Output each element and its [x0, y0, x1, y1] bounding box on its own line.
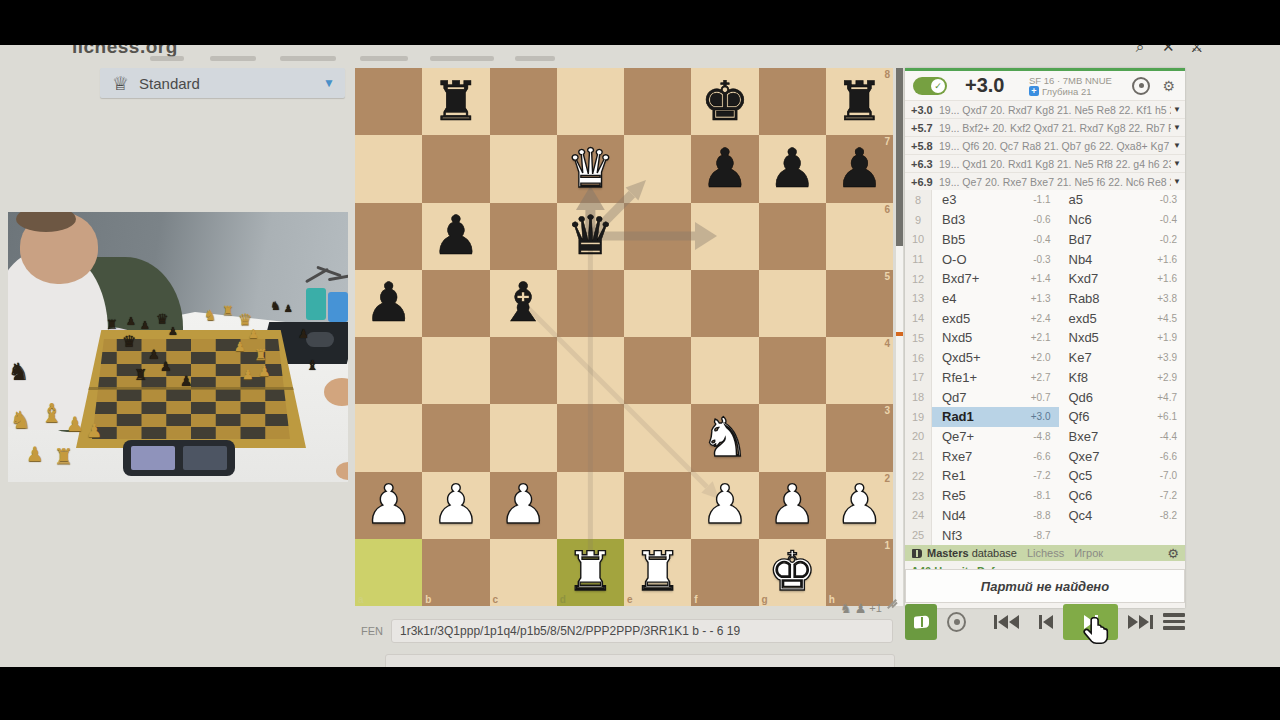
- expand-line-icon: ▼: [1173, 123, 1181, 132]
- clock-screen-right: [183, 446, 227, 470]
- white-move-20[interactable]: Qe7+-4.8: [932, 427, 1059, 447]
- analysis-panel: ✓ +3.0 SF 16 · 7MB NNUE + Глубина 21 ⚙ +…: [905, 68, 1185, 608]
- tab-player[interactable]: Игрок: [1074, 547, 1103, 559]
- black-move-20[interactable]: Bxe7-4.4: [1059, 427, 1186, 447]
- square-a3[interactable]: [355, 404, 422, 471]
- physical-piece: ♟: [86, 422, 102, 440]
- opening-name-clipped: A40 Horwitz Defence: [905, 561, 1185, 569]
- move-row-17: 17Rfe1++2.7Kf8+2.9: [905, 367, 1185, 387]
- physical-piece: ♟: [248, 328, 259, 340]
- material-count: +1: [869, 602, 882, 614]
- black-move-25: [1059, 525, 1186, 545]
- white-move-16[interactable]: Qxd5++2.0: [932, 348, 1059, 368]
- black-pawn-f7[interactable]: ♟: [691, 135, 758, 202]
- square-b1[interactable]: b: [422, 539, 489, 606]
- move-number: 14: [905, 308, 932, 328]
- lichess-analysis-page: lichess.org ⌕ ✕ ⚔ ♕ Standard ▼: [0, 0, 1280, 720]
- physical-piece: ♟: [284, 304, 293, 314]
- variant-select[interactable]: ♕ Standard ▼: [100, 68, 345, 98]
- desk-cup-blue: [328, 292, 348, 322]
- challenge-icon[interactable]: ⚔: [1190, 45, 1203, 56]
- black-queen-d6[interactable]: ♛: [557, 203, 624, 270]
- nav-menu-item[interactable]: [360, 56, 408, 61]
- practice-icon[interactable]: [1132, 77, 1150, 95]
- square-h5[interactable]: 5: [826, 270, 893, 337]
- physical-piece: ♟: [26, 444, 44, 464]
- explorer-gear-icon[interactable]: ⚙: [1167, 546, 1179, 561]
- physical-piece: ♟: [234, 340, 246, 353]
- prev-move-button[interactable]: [1039, 604, 1053, 640]
- white-move-21[interactable]: Rxe7-6.6: [932, 446, 1059, 466]
- desk-mouse: [306, 332, 334, 347]
- square-c7[interactable]: [490, 135, 557, 202]
- physical-piece: ♞: [8, 360, 30, 384]
- engine-toggle[interactable]: ✓: [913, 77, 947, 95]
- content-area: lichess.org ⌕ ✕ ⚔ ♕ Standard ▼: [0, 45, 1280, 667]
- move-number: 10: [905, 229, 932, 249]
- physical-piece: ♜: [54, 446, 74, 468]
- variant-label: Standard: [139, 75, 323, 92]
- move-number: 19: [905, 407, 932, 427]
- square-h1[interactable]: h1: [826, 539, 893, 606]
- white-pawn-b2[interactable]: ♟: [422, 472, 489, 539]
- fen-input[interactable]: 1r3k1r/3Q1ppp/1p1q4/p1b5/8/5N2/PPP2PPP/3…: [391, 619, 893, 643]
- nav-menu-item[interactable]: [150, 56, 184, 61]
- square-h4[interactable]: 4: [826, 337, 893, 404]
- gear-icon[interactable]: ⚙: [1162, 78, 1175, 94]
- white-move-22[interactable]: Re1-7.2: [932, 466, 1059, 486]
- square-e5[interactable]: [624, 270, 691, 337]
- physical-piece: ♞: [270, 300, 281, 312]
- square-e3[interactable]: [624, 404, 691, 471]
- practice-button[interactable]: [947, 612, 966, 632]
- move-row-8: 8e3-1.1a5-0.3: [905, 190, 1185, 210]
- clock-screen-left: [131, 446, 175, 470]
- bottom-letterbox: [0, 667, 1280, 720]
- engine-name: SF 16 · 7MB NNUE: [1029, 75, 1132, 86]
- square-c3[interactable]: [490, 404, 557, 471]
- nav-menu-item[interactable]: [210, 56, 256, 61]
- physical-piece: ♟: [160, 360, 172, 373]
- square-b4[interactable]: [422, 337, 489, 404]
- move-row-16: 16Qxd5++2.0Ke7+3.9: [905, 348, 1185, 368]
- black-pawn-a5[interactable]: ♟: [355, 270, 422, 337]
- eval-gauge-midline: [896, 332, 903, 336]
- black-pawn-h7[interactable]: ♟: [826, 135, 893, 202]
- white-king-g1[interactable]: ♚: [759, 539, 826, 606]
- physical-piece: ♟: [140, 320, 150, 331]
- white-move-18[interactable]: Qd7+0.7: [932, 387, 1059, 407]
- white-queen-d7[interactable]: ♛: [557, 135, 624, 202]
- board[interactable]: 8765432abcdefgh1♜♚♜♛♟♟♟♟♛♟♝♞♟♟♟♟♟♟♜♜♚: [355, 68, 893, 606]
- move-number: 15: [905, 328, 932, 348]
- black-move-14[interactable]: exd5+4.5: [1059, 308, 1186, 328]
- expand-line-icon: ▼: [1173, 141, 1181, 150]
- file-label: h: [829, 594, 835, 605]
- black-move-22[interactable]: Qc5-7.0: [1059, 466, 1186, 486]
- square-c8[interactable]: [490, 68, 557, 135]
- move-row-10: 10Bb5-0.4Bd7-0.2: [905, 229, 1185, 249]
- physical-piece: ♞: [10, 408, 32, 432]
- engine-eval: +3.0: [965, 74, 1023, 97]
- engine-depth: Глубина 21: [1042, 86, 1092, 97]
- nav-menu-item[interactable]: [515, 56, 555, 61]
- white-move-19[interactable]: Rad1+3.0: [932, 407, 1059, 427]
- opening-explorer-bar: Masters database Lichess Игрок ⚙: [905, 545, 1185, 561]
- nav-menu-item[interactable]: [430, 56, 494, 61]
- square-d4[interactable]: [557, 337, 624, 404]
- black-pawn-g7[interactable]: ♟: [759, 135, 826, 202]
- white-move-15[interactable]: Nxd5+2.1: [932, 328, 1059, 348]
- move-number: 20: [905, 427, 932, 447]
- move-number: 8: [905, 190, 932, 210]
- rank-label: 5: [884, 271, 890, 282]
- square-g8[interactable]: [759, 68, 826, 135]
- crown-icon: ♕: [112, 72, 129, 94]
- white-move-23[interactable]: Re5-8.1: [932, 486, 1059, 506]
- white-pawn-f2[interactable]: ♟: [691, 472, 758, 539]
- physical-piece: ♛: [238, 312, 252, 328]
- material-advantage: ♞ ♟ +1: [840, 600, 896, 616]
- white-move-12[interactable]: Bxd7++1.4: [932, 269, 1059, 289]
- knight-icon: ♞: [840, 601, 852, 616]
- move-number: 25: [905, 525, 932, 545]
- move-number: 13: [905, 289, 932, 309]
- move-number: 23: [905, 486, 932, 506]
- move-number: 9: [905, 210, 932, 230]
- white-rook-e1[interactable]: ♜: [624, 539, 691, 606]
- move-number: 11: [905, 249, 932, 269]
- square-a1[interactable]: a: [355, 539, 422, 606]
- black-move-10[interactable]: Bd7-0.2: [1059, 229, 1186, 249]
- file-label: a: [358, 594, 364, 605]
- physical-piece: ♟: [242, 368, 254, 381]
- physical-piece: ♛: [156, 312, 169, 326]
- black-move-17[interactable]: Kf8+2.9: [1059, 367, 1186, 387]
- rank-label: 1: [884, 540, 890, 551]
- move-number: 16: [905, 348, 932, 368]
- move-number: 21: [905, 446, 932, 466]
- chevron-down-icon: ▼: [323, 76, 335, 90]
- move-row-24: 24Nd4-8.8Qc4-8.2: [905, 506, 1185, 526]
- square-e6[interactable]: [624, 203, 691, 270]
- file-label: f: [694, 594, 697, 605]
- physical-piece: ♟: [258, 364, 271, 378]
- square-f1[interactable]: f: [691, 539, 758, 606]
- move-row-22: 22Re1-7.2Qc5-7.0: [905, 466, 1185, 486]
- book-icon: [912, 549, 922, 558]
- plus-badge-icon: +: [1029, 86, 1039, 96]
- black-move-21[interactable]: Qxe7-6.6: [1059, 446, 1186, 466]
- white-move-10[interactable]: Bb5-0.4: [932, 229, 1059, 249]
- move-row-25: 25Nf3-8.7: [905, 525, 1185, 545]
- physical-piece: ♟: [148, 348, 160, 361]
- move-row-11: 11O-O-0.3Nb4+1.6: [905, 249, 1185, 269]
- white-knight-f3[interactable]: ♞: [691, 404, 758, 471]
- move-row-13: 13e4+1.3Rab8+3.8: [905, 289, 1185, 309]
- black-bishop-c5[interactable]: ♝: [490, 270, 557, 337]
- move-number: 17: [905, 367, 932, 387]
- move-row-12: 12Bxd7++1.4Kxd7+1.6: [905, 269, 1185, 289]
- webcam-feed: ♜♟♟♛♟♛♟♟♜♟♞♜♛♟♟♜♟♟♞♟♟♝♞♝♟♟♟♜♞: [8, 212, 348, 482]
- eval-gauge: [896, 68, 903, 606]
- physical-piece: ♟: [168, 326, 178, 337]
- square-g6[interactable]: [759, 203, 826, 270]
- square-g3[interactable]: [759, 404, 826, 471]
- black-move-23[interactable]: Qc6-7.2: [1059, 486, 1186, 506]
- black-pawn-b6[interactable]: ♟: [422, 203, 489, 270]
- square-b3[interactable]: [422, 404, 489, 471]
- engine-line-1[interactable]: +3.019... Qxd7 20. Rxd7 Kg8 21. Ne5 Re8 …: [905, 100, 1185, 118]
- physical-piece: ♟: [298, 328, 309, 340]
- engine-info: SF 16 · 7MB NNUE + Глубина 21: [1029, 75, 1132, 97]
- square-a7[interactable]: [355, 135, 422, 202]
- hamburger-menu-button[interactable]: [1163, 613, 1185, 630]
- square-g4[interactable]: [759, 337, 826, 404]
- first-move-button[interactable]: [994, 604, 1019, 640]
- move-list: 8e3-1.1a5-0.39Bd3-0.6Nc6-0.410Bb5-0.4Bd7…: [905, 190, 1185, 545]
- white-move-9[interactable]: Bd3-0.6: [932, 210, 1059, 230]
- physical-piece: ♛: [122, 334, 136, 350]
- last-move-button[interactable]: [1128, 604, 1153, 640]
- black-move-11[interactable]: Nb4+1.6: [1059, 249, 1186, 269]
- square-f6[interactable]: [691, 203, 758, 270]
- square-a6[interactable]: [355, 203, 422, 270]
- physical-piece: ♜: [134, 368, 147, 383]
- white-move-25[interactable]: Nf3-8.7: [932, 525, 1059, 545]
- square-f5[interactable]: [691, 270, 758, 337]
- engine-pv-lines: +3.019... Qxd7 20. Rxd7 Kg8 21. Ne5 Re8 …: [905, 100, 1185, 190]
- engine-line-3[interactable]: +5.819... Qf6 20. Qc7 Ra8 21. Qb7 g6 22.…: [905, 136, 1185, 154]
- explorer-toggle-button[interactable]: [905, 604, 937, 640]
- white-pawn-c2[interactable]: ♟: [490, 472, 557, 539]
- file-label: b: [425, 594, 431, 605]
- white-pawn-h2[interactable]: ♟: [826, 472, 893, 539]
- move-number: 18: [905, 387, 932, 407]
- white-pawn-g2[interactable]: ♟: [759, 472, 826, 539]
- engine-line-4[interactable]: +6.319... Qxd1 20. Rxd1 Kg8 21. Ne5 Rf8 …: [905, 154, 1185, 172]
- square-h3[interactable]: 3: [826, 404, 893, 471]
- black-move-12[interactable]: Kxd7+1.6: [1059, 269, 1186, 289]
- black-move-16[interactable]: Ke7+3.9: [1059, 348, 1186, 368]
- black-move-13[interactable]: Rab8+3.8: [1059, 289, 1186, 309]
- square-b7[interactable]: [422, 135, 489, 202]
- black-rook-b8[interactable]: ♜: [422, 68, 489, 135]
- physical-piece: ♝: [40, 400, 63, 426]
- square-c4[interactable]: [490, 337, 557, 404]
- square-d5[interactable]: [557, 270, 624, 337]
- black-move-18[interactable]: Qd6+4.7: [1059, 387, 1186, 407]
- rank-label: 6: [884, 204, 890, 215]
- physical-piece: ♜: [222, 304, 234, 317]
- black-move-24[interactable]: Qc4-8.2: [1059, 506, 1186, 526]
- move-number: 12: [905, 269, 932, 289]
- search-icon[interactable]: ⌕: [1136, 45, 1144, 56]
- site-navbar-clipped: lichess.org ⌕ ✕ ⚔: [0, 45, 1280, 62]
- expand-line-icon: ▼: [1173, 177, 1181, 186]
- square-d8[interactable]: [557, 68, 624, 135]
- engine-header: ✓ +3.0 SF 16 · 7MB NNUE + Глубина 21 ⚙: [905, 71, 1185, 101]
- move-row-18: 18Qd7+0.7Qd6+4.7: [905, 387, 1185, 407]
- file-label: c: [493, 594, 499, 605]
- top-letterbox: [0, 0, 1280, 45]
- tab-masters-database[interactable]: Masters database: [927, 547, 1017, 559]
- rank-label: 3: [884, 405, 890, 416]
- engine-line-5[interactable]: +6.919... Qe7 20. Rxe7 Bxe7 21. Ne5 f6 2…: [905, 172, 1185, 190]
- square-c6[interactable]: [490, 203, 557, 270]
- square-e2[interactable]: [624, 472, 691, 539]
- white-move-24[interactable]: Nd4-8.8: [932, 506, 1059, 526]
- black-move-9[interactable]: Nc6-0.4: [1059, 210, 1186, 230]
- physical-piece: ♜: [254, 348, 267, 363]
- white-move-8[interactable]: e3-1.1: [932, 190, 1059, 210]
- expand-line-icon: ▼: [1173, 159, 1181, 168]
- square-f4[interactable]: [691, 337, 758, 404]
- physical-piece: ♝: [306, 358, 319, 372]
- physical-piece: ♟: [180, 374, 193, 388]
- no-games-found-message: Партий не найдено: [905, 569, 1185, 603]
- close-icon[interactable]: ✕: [1162, 45, 1175, 56]
- fen-row: FEN 1r3k1r/3Q1ppp/1p1q4/p1b5/8/5N2/PPP2P…: [355, 617, 893, 645]
- physical-piece: ♜: [106, 318, 118, 331]
- expand-line-icon: ▼: [1173, 105, 1181, 114]
- analysis-toolbar: [905, 603, 1185, 640]
- move-row-23: 23Re5-8.1Qc6-7.2: [905, 486, 1185, 506]
- square-d3[interactable]: [557, 404, 624, 471]
- nav-menu-item[interactable]: [280, 56, 336, 61]
- pawn-icon: ♟: [855, 601, 867, 616]
- physical-piece: ♟: [66, 414, 84, 434]
- square-d2[interactable]: [557, 472, 624, 539]
- black-rook-h8[interactable]: ♜: [826, 68, 893, 135]
- move-number: 22: [905, 466, 932, 486]
- square-g5[interactable]: [759, 270, 826, 337]
- square-c1[interactable]: c: [490, 539, 557, 606]
- engine-line-2[interactable]: +5.719... Bxf2+ 20. Kxf2 Qxd7 21. Rxd7 K…: [905, 118, 1185, 136]
- physical-piece: ♟: [126, 316, 136, 327]
- physical-chessboard: [76, 330, 306, 448]
- move-row-14: 14exd5+2.4exd5+4.5: [905, 308, 1185, 328]
- square-a4[interactable]: [355, 337, 422, 404]
- square-e7[interactable]: [624, 135, 691, 202]
- square-e8[interactable]: [624, 68, 691, 135]
- physical-piece: ♞: [204, 308, 217, 322]
- chess-clock-phone: [123, 440, 235, 476]
- square-h6[interactable]: 6: [826, 203, 893, 270]
- black-move-8[interactable]: a5-0.3: [1059, 190, 1186, 210]
- tab-lichess[interactable]: Lichess: [1027, 547, 1064, 559]
- move-row-15: 15Nxd5+2.1Nxd5+1.9: [905, 328, 1185, 348]
- black-move-19[interactable]: Qf6+6.1: [1059, 407, 1186, 427]
- eval-gauge-black: [896, 68, 903, 246]
- engine-toggle-check-icon: ✓: [931, 79, 945, 93]
- move-number: 24: [905, 506, 932, 526]
- square-b5[interactable]: [422, 270, 489, 337]
- fen-label: FEN: [355, 625, 391, 637]
- desk-cup-teal: [306, 288, 326, 320]
- white-pawn-a2[interactable]: ♟: [355, 472, 422, 539]
- white-move-17[interactable]: Rfe1++2.7: [932, 367, 1059, 387]
- move-row-9: 9Bd3-0.6Nc6-0.4: [905, 210, 1185, 230]
- move-row-19: 19Rad1+3.0Qf6+6.1: [905, 407, 1185, 427]
- black-move-15[interactable]: Nxd5+1.9: [1059, 328, 1186, 348]
- square-e4[interactable]: [624, 337, 691, 404]
- white-move-13[interactable]: e4+1.3: [932, 289, 1059, 309]
- square-a8[interactable]: [355, 68, 422, 135]
- black-king-f8[interactable]: ♚: [691, 68, 758, 135]
- move-row-20: 20Qe7+-4.8Bxe7-4.4: [905, 427, 1185, 447]
- fen-value: 1r3k1r/3Q1ppp/1p1q4/p1b5/8/5N2/PPP2PPP/3…: [400, 624, 740, 638]
- rank-label: 4: [884, 338, 890, 349]
- move-row-21: 21Rxe7-6.6Qxe7-6.6: [905, 446, 1185, 466]
- white-move-11[interactable]: O-O-0.3: [932, 249, 1059, 269]
- white-move-14[interactable]: exd5+2.4: [932, 308, 1059, 328]
- white-rook-d1[interactable]: ♜: [557, 539, 624, 606]
- mouse-cursor: [1082, 616, 1112, 650]
